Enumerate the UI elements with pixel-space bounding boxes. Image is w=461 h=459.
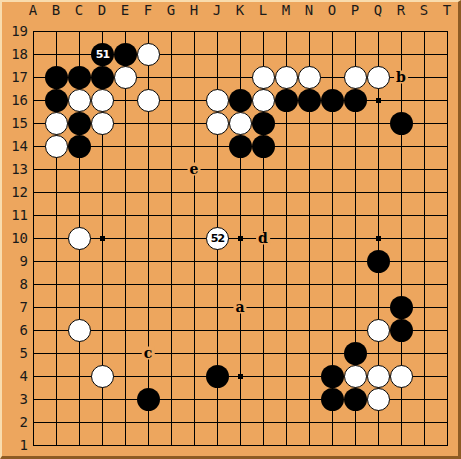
row-label-2: 2 <box>2 414 28 430</box>
row-label-17: 17 <box>2 69 28 85</box>
stone-black-J4 <box>206 365 229 388</box>
row-label-3: 3 <box>2 391 28 407</box>
stone-black-M16 <box>275 89 298 112</box>
row-label-4: 4 <box>2 368 28 384</box>
stone-white-D16 <box>91 89 114 112</box>
stone-white-Q17 <box>367 66 390 89</box>
stone-white-R4 <box>390 365 413 388</box>
point-label-c: c <box>142 347 155 360</box>
stone-black-O16 <box>321 89 344 112</box>
col-label-O: O <box>322 3 342 18</box>
stone-black-L14 <box>252 135 275 158</box>
stone-white-C16 <box>68 89 91 112</box>
col-label-B: B <box>46 3 66 18</box>
stone-white-C6 <box>68 319 91 342</box>
col-label-M: M <box>276 3 296 18</box>
col-label-P: P <box>345 3 365 18</box>
row-label-7: 7 <box>2 299 28 315</box>
row-label-9: 9 <box>2 253 28 269</box>
stone-black-K14 <box>229 135 252 158</box>
stone-white-D15 <box>91 112 114 135</box>
col-label-S: S <box>414 3 434 18</box>
stone-black-O4 <box>321 365 344 388</box>
stone-black-L15 <box>252 112 275 135</box>
stone-white-B14 <box>45 135 68 158</box>
col-label-D: D <box>92 3 112 18</box>
stone-white-K15 <box>229 112 252 135</box>
col-label-H: H <box>184 3 204 18</box>
point-label-b: b <box>394 71 408 84</box>
stone-black-C14 <box>68 135 91 158</box>
row-label-5: 5 <box>2 345 28 361</box>
col-label-Q: Q <box>368 3 388 18</box>
stone-black-P5 <box>344 342 367 365</box>
col-label-C: C <box>69 3 89 18</box>
stone-white-Q4 <box>367 365 390 388</box>
stone-white-move-52: 52 <box>206 227 229 250</box>
col-label-R: R <box>391 3 411 18</box>
stone-black-N16 <box>298 89 321 112</box>
stone-black-C15 <box>68 112 91 135</box>
row-label-8: 8 <box>2 276 28 292</box>
row-label-13: 13 <box>2 161 28 177</box>
row-label-19: 19 <box>2 23 28 39</box>
stone-white-B15 <box>45 112 68 135</box>
stone-black-move-51: 51 <box>91 43 114 66</box>
go-board-diagram: ABCDEFGHJKLMNOPQRST191817161514131211109… <box>0 0 461 459</box>
col-label-A: A <box>23 3 43 18</box>
star-point-K10 <box>238 236 243 241</box>
stone-white-J15 <box>206 112 229 135</box>
stone-black-K16 <box>229 89 252 112</box>
stone-black-F3 <box>137 388 160 411</box>
col-label-N: N <box>299 3 319 18</box>
star-point-K4 <box>238 374 243 379</box>
stone-white-C10 <box>68 227 91 250</box>
row-label-10: 10 <box>2 230 28 246</box>
stone-black-D17 <box>91 66 114 89</box>
stone-black-P3 <box>344 388 367 411</box>
col-label-E: E <box>115 3 135 18</box>
stone-black-B17 <box>45 66 68 89</box>
stone-white-N17 <box>298 66 321 89</box>
col-label-G: G <box>161 3 181 18</box>
stone-white-E17 <box>114 66 137 89</box>
stone-black-E18 <box>114 43 137 66</box>
point-label-e: e <box>188 163 201 176</box>
point-label-d: d <box>256 232 270 245</box>
stone-white-F18 <box>137 43 160 66</box>
star-point-Q10 <box>376 236 381 241</box>
stone-white-P17 <box>344 66 367 89</box>
col-label-F: F <box>138 3 158 18</box>
row-label-14: 14 <box>2 138 28 154</box>
stone-black-B16 <box>45 89 68 112</box>
row-label-16: 16 <box>2 92 28 108</box>
stone-white-J16 <box>206 89 229 112</box>
stone-black-R15 <box>390 112 413 135</box>
row-label-6: 6 <box>2 322 28 338</box>
col-label-L: L <box>253 3 273 18</box>
row-label-18: 18 <box>2 46 28 62</box>
stone-white-P4 <box>344 365 367 388</box>
stone-black-O3 <box>321 388 344 411</box>
col-label-K: K <box>230 3 250 18</box>
stone-black-Q9 <box>367 250 390 273</box>
col-label-T: T <box>437 3 457 18</box>
stone-black-R7 <box>390 296 413 319</box>
star-point-D10 <box>100 236 105 241</box>
row-label-15: 15 <box>2 115 28 131</box>
row-label-1: 1 <box>2 437 28 453</box>
stone-black-P16 <box>344 89 367 112</box>
stone-white-Q6 <box>367 319 390 342</box>
stone-white-Q3 <box>367 388 390 411</box>
stone-white-D4 <box>91 365 114 388</box>
stone-white-F16 <box>137 89 160 112</box>
stone-black-C17 <box>68 66 91 89</box>
stone-white-L17 <box>252 66 275 89</box>
row-label-12: 12 <box>2 184 28 200</box>
col-label-J: J <box>207 3 227 18</box>
stone-white-L16 <box>252 89 275 112</box>
stone-black-R6 <box>390 319 413 342</box>
point-label-a: a <box>233 301 246 314</box>
row-label-11: 11 <box>2 207 28 223</box>
stone-white-M17 <box>275 66 298 89</box>
star-point-Q16 <box>376 98 381 103</box>
